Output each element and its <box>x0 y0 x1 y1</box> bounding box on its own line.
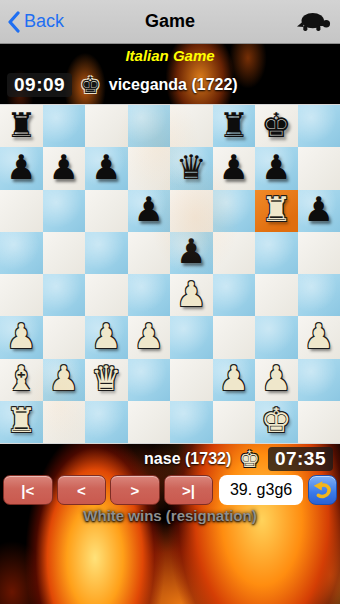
black-rook-piece: ♜ <box>213 105 256 147</box>
square-f2[interactable]: ♟ <box>213 359 256 401</box>
square-g5[interactable] <box>255 232 298 274</box>
square-b2[interactable]: ♟ <box>43 359 86 401</box>
white-queen-piece: ♛ <box>85 359 128 401</box>
square-d5[interactable] <box>128 232 171 274</box>
square-e3[interactable] <box>170 316 213 358</box>
black-queen-piece: ♛ <box>170 147 213 189</box>
opening-name: Italian Game <box>125 47 214 64</box>
square-a6[interactable] <box>0 190 43 232</box>
square-d6[interactable]: ♟ <box>128 190 171 232</box>
chess-board: ♜♜♚♟♟♟♛♟♟♟♜♟♟♟♟♟♟♟♝♟♛♟♟♜♚ <box>0 104 340 444</box>
square-e1[interactable] <box>170 401 213 443</box>
square-h7[interactable] <box>298 147 340 189</box>
square-c5[interactable] <box>85 232 128 274</box>
white-pawn-piece: ♟ <box>128 316 171 358</box>
square-c6[interactable] <box>85 190 128 232</box>
square-e6[interactable] <box>170 190 213 232</box>
nav-bar: Back Game <box>0 0 340 44</box>
app-screen: Back Game Italian Game <box>0 0 340 604</box>
square-f4[interactable] <box>213 274 256 316</box>
black-pawn-piece: ♟ <box>170 232 213 274</box>
white-king-piece: ♚ <box>255 401 298 443</box>
square-b5[interactable] <box>43 232 86 274</box>
black-player-name: viceganda (1722) <box>109 76 238 94</box>
square-g2[interactable]: ♟ <box>255 359 298 401</box>
white-player-name: nase (1732) <box>144 450 231 468</box>
black-clock: 09:09 <box>7 73 72 97</box>
square-b1[interactable] <box>43 401 86 443</box>
page-title: Game <box>145 11 195 32</box>
white-pawn-piece: ♟ <box>85 316 128 358</box>
square-c8[interactable] <box>85 105 128 147</box>
square-d4[interactable] <box>128 274 171 316</box>
square-a3[interactable]: ♟ <box>0 316 43 358</box>
square-h6[interactable]: ♟ <box>298 190 340 232</box>
square-c7[interactable]: ♟ <box>85 147 128 189</box>
square-b7[interactable]: ♟ <box>43 147 86 189</box>
white-rook-piece: ♜ <box>0 401 43 443</box>
square-g6[interactable]: ♜ <box>255 190 298 232</box>
white-rook-piece: ♜ <box>255 190 298 232</box>
undo-arrow-icon <box>312 480 333 501</box>
square-b8[interactable] <box>43 105 86 147</box>
back-chevron-icon <box>7 11 20 33</box>
slow-mode-button[interactable] <box>297 0 333 43</box>
square-f5[interactable] <box>213 232 256 274</box>
square-g4[interactable] <box>255 274 298 316</box>
square-f7[interactable]: ♟ <box>213 147 256 189</box>
black-pawn-piece: ♟ <box>0 147 43 189</box>
square-a4[interactable] <box>0 274 43 316</box>
next-move-button[interactable]: > <box>110 475 160 505</box>
square-a2[interactable]: ♝ <box>0 359 43 401</box>
move-display-field[interactable]: 39. g3g6 <box>219 475 303 505</box>
previous-move-button[interactable]: < <box>57 475 107 505</box>
square-b6[interactable] <box>43 190 86 232</box>
square-e8[interactable] <box>170 105 213 147</box>
square-c4[interactable] <box>85 274 128 316</box>
square-c2[interactable]: ♛ <box>85 359 128 401</box>
black-pawn-piece: ♟ <box>213 147 256 189</box>
square-h2[interactable] <box>298 359 340 401</box>
white-pawn-piece: ♟ <box>213 359 256 401</box>
square-c3[interactable]: ♟ <box>85 316 128 358</box>
square-d3[interactable]: ♟ <box>128 316 171 358</box>
black-pawn-piece: ♟ <box>255 147 298 189</box>
turtle-icon <box>297 10 333 34</box>
black-player-row: 09:09 ♚ viceganda (1722) <box>0 66 340 104</box>
white-king-icon: ♚ <box>239 448 260 471</box>
square-h4[interactable] <box>298 274 340 316</box>
black-rook-piece: ♜ <box>0 105 43 147</box>
square-d7[interactable] <box>128 147 171 189</box>
square-d2[interactable] <box>128 359 171 401</box>
square-h8[interactable] <box>298 105 340 147</box>
white-pawn-piece: ♟ <box>43 359 86 401</box>
square-b3[interactable] <box>43 316 86 358</box>
square-e2[interactable] <box>170 359 213 401</box>
square-c1[interactable] <box>85 401 128 443</box>
first-move-button[interactable]: |< <box>3 475 53 505</box>
square-e4[interactable]: ♟ <box>170 274 213 316</box>
square-d8[interactable] <box>128 105 171 147</box>
square-f3[interactable] <box>213 316 256 358</box>
square-b4[interactable] <box>43 274 86 316</box>
square-d1[interactable] <box>128 401 171 443</box>
square-h1[interactable] <box>298 401 340 443</box>
square-a1[interactable]: ♜ <box>0 401 43 443</box>
square-a7[interactable]: ♟ <box>0 147 43 189</box>
opening-row: Italian Game <box>0 44 340 66</box>
black-pawn-piece: ♟ <box>85 147 128 189</box>
move-controls: |< < > >| 39. g3g6 <box>0 474 340 506</box>
square-a5[interactable] <box>0 232 43 274</box>
square-h3[interactable]: ♟ <box>298 316 340 358</box>
square-f1[interactable] <box>213 401 256 443</box>
white-pawn-piece: ♟ <box>255 359 298 401</box>
white-pawn-piece: ♟ <box>298 316 340 358</box>
result-text: White wins (resignation) <box>0 507 340 527</box>
last-move-button[interactable]: >| <box>164 475 214 505</box>
white-pawn-piece: ♟ <box>170 274 213 316</box>
white-pawn-piece: ♟ <box>0 316 43 358</box>
back-button[interactable]: Back <box>7 0 64 43</box>
white-player-row: nase (1732) ♚ 07:35 <box>0 444 340 474</box>
square-f8[interactable]: ♜ <box>213 105 256 147</box>
square-g3[interactable] <box>255 316 298 358</box>
black-king-icon: ♚ <box>80 74 101 97</box>
square-e7[interactable]: ♛ <box>170 147 213 189</box>
white-bishop-piece: ♝ <box>0 359 43 401</box>
black-pawn-piece: ♟ <box>43 147 86 189</box>
black-pawn-piece: ♟ <box>298 190 340 232</box>
square-a8[interactable]: ♜ <box>0 105 43 147</box>
square-g1[interactable]: ♚ <box>255 401 298 443</box>
square-h5[interactable] <box>298 232 340 274</box>
undo-button[interactable] <box>308 475 337 505</box>
back-label: Back <box>24 11 64 32</box>
square-f6[interactable] <box>213 190 256 232</box>
black-king-piece: ♚ <box>255 105 298 147</box>
square-g8[interactable]: ♚ <box>255 105 298 147</box>
square-g7[interactable]: ♟ <box>255 147 298 189</box>
white-clock: 07:35 <box>268 447 333 471</box>
square-e5[interactable]: ♟ <box>170 232 213 274</box>
black-pawn-piece: ♟ <box>128 190 171 232</box>
